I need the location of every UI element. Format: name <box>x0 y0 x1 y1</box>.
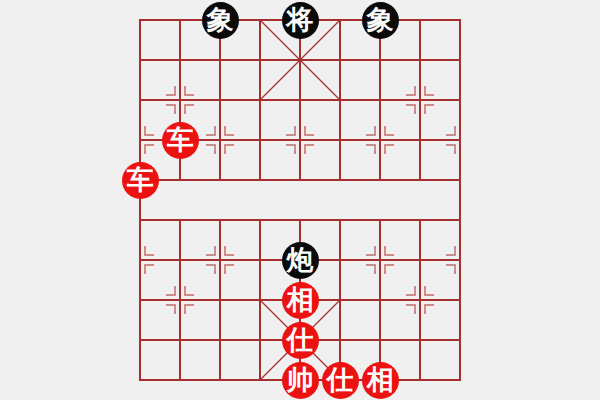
red-chariot-piece[interactable]: 车 <box>122 162 159 199</box>
board-point[interactable] <box>320 120 360 160</box>
board-point[interactable] <box>440 360 480 400</box>
board-point[interactable] <box>320 80 360 120</box>
red-chariot-piece[interactable]: 车 <box>162 122 199 159</box>
board-point[interactable] <box>240 80 280 120</box>
board-point[interactable] <box>360 200 400 240</box>
board-point[interactable] <box>400 40 440 80</box>
board-point[interactable] <box>440 80 480 120</box>
board-point[interactable] <box>400 240 440 280</box>
board-point[interactable] <box>320 160 360 200</box>
board-point[interactable] <box>120 360 160 400</box>
red-elephant-piece[interactable]: 相 <box>282 282 319 319</box>
board-point[interactable] <box>360 160 400 200</box>
black-elephant-piece[interactable]: 象 <box>362 2 399 39</box>
board-point[interactable] <box>360 280 400 320</box>
board-point[interactable] <box>240 240 280 280</box>
board-point[interactable] <box>200 80 240 120</box>
board-point[interactable] <box>360 120 400 160</box>
board-point[interactable] <box>240 0 280 40</box>
board-point[interactable] <box>440 240 480 280</box>
board-point[interactable] <box>440 160 480 200</box>
board-point[interactable] <box>440 40 480 80</box>
board-point[interactable] <box>360 40 400 80</box>
board-point[interactable] <box>160 0 200 40</box>
board-point[interactable] <box>440 200 480 240</box>
red-advisor-piece[interactable]: 仕 <box>322 362 359 399</box>
board-point[interactable]: 车 <box>160 120 200 160</box>
board-point[interactable] <box>280 120 320 160</box>
board-point[interactable]: 象 <box>200 0 240 40</box>
board-point[interactable] <box>320 280 360 320</box>
board-point[interactable] <box>280 160 320 200</box>
board-point[interactable]: 相 <box>360 360 400 400</box>
board-point[interactable] <box>400 120 440 160</box>
board-point[interactable] <box>320 240 360 280</box>
red-elephant-piece[interactable]: 相 <box>362 362 399 399</box>
board-point[interactable] <box>240 280 280 320</box>
board-point[interactable]: 仕 <box>280 320 320 360</box>
board-point[interactable]: 相 <box>280 280 320 320</box>
board-point[interactable] <box>200 240 240 280</box>
board-point[interactable] <box>440 320 480 360</box>
board-point[interactable]: 帅 <box>280 360 320 400</box>
board-point[interactable]: 炮 <box>280 240 320 280</box>
board-point[interactable] <box>320 320 360 360</box>
board-point[interactable] <box>120 280 160 320</box>
board-point[interactable] <box>240 200 280 240</box>
board-point[interactable] <box>120 240 160 280</box>
board-point[interactable] <box>400 160 440 200</box>
board-point[interactable] <box>120 120 160 160</box>
board-point[interactable] <box>280 40 320 80</box>
board-point[interactable] <box>400 280 440 320</box>
board-point[interactable] <box>160 320 200 360</box>
board-point[interactable] <box>320 40 360 80</box>
board-point[interactable] <box>400 320 440 360</box>
board-point[interactable] <box>200 360 240 400</box>
board-point[interactable] <box>240 120 280 160</box>
board-point[interactable] <box>120 40 160 80</box>
board-point[interactable] <box>200 160 240 200</box>
board-point[interactable] <box>400 360 440 400</box>
board-point[interactable] <box>160 80 200 120</box>
board-point[interactable] <box>240 360 280 400</box>
board-point[interactable] <box>160 160 200 200</box>
board-point[interactable] <box>360 240 400 280</box>
board-point[interactable] <box>200 40 240 80</box>
black-general-piece[interactable]: 将 <box>282 2 319 39</box>
board-point[interactable] <box>120 80 160 120</box>
board-point[interactable] <box>360 320 400 360</box>
board-point[interactable] <box>280 80 320 120</box>
board-point[interactable] <box>160 240 200 280</box>
board-point[interactable] <box>200 200 240 240</box>
xiangqi-board: 象将象车车炮相仕帅仕相 <box>120 0 480 400</box>
board-point[interactable] <box>160 280 200 320</box>
board-point[interactable] <box>320 0 360 40</box>
board-point[interactable] <box>400 0 440 40</box>
board-point[interactable] <box>240 160 280 200</box>
black-cannon-piece[interactable]: 炮 <box>282 242 319 279</box>
board-point[interactable] <box>160 360 200 400</box>
board-point[interactable]: 象 <box>360 0 400 40</box>
board-point[interactable] <box>160 200 200 240</box>
board-point[interactable] <box>120 200 160 240</box>
xiangqi-app: 象将象车车炮相仕帅仕相 <box>0 0 600 400</box>
red-general-piece[interactable]: 帅 <box>282 362 319 399</box>
board-point[interactable] <box>280 200 320 240</box>
board-point[interactable] <box>400 80 440 120</box>
board-point[interactable] <box>400 200 440 240</box>
board-point[interactable] <box>200 320 240 360</box>
board-point[interactable]: 仕 <box>320 360 360 400</box>
board-point[interactable] <box>200 120 240 160</box>
board-point[interactable] <box>240 40 280 80</box>
board-point[interactable] <box>120 0 160 40</box>
board-point[interactable] <box>440 0 480 40</box>
board-point[interactable] <box>160 40 200 80</box>
board-point[interactable] <box>200 280 240 320</box>
board-point[interactable] <box>120 320 160 360</box>
board-point[interactable]: 车 <box>120 160 160 200</box>
board-point[interactable] <box>320 200 360 240</box>
board-point[interactable] <box>440 280 480 320</box>
board-point[interactable]: 将 <box>280 0 320 40</box>
board-point[interactable] <box>240 320 280 360</box>
black-elephant-piece[interactable]: 象 <box>202 2 239 39</box>
red-advisor-piece[interactable]: 仕 <box>282 322 319 359</box>
board-point[interactable] <box>360 80 400 120</box>
board-point[interactable] <box>440 120 480 160</box>
